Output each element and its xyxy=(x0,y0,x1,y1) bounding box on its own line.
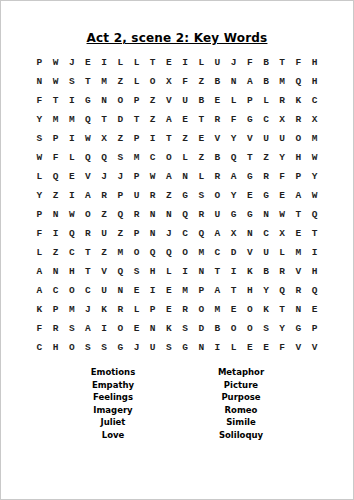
grid-cell: G xyxy=(242,205,258,224)
grid-cell: U xyxy=(258,243,274,262)
grid-cell: N xyxy=(193,338,209,357)
grid-cell: Y xyxy=(307,167,323,186)
grid-cell: N xyxy=(145,224,161,243)
worksheet-page: Act 2, scene 2: Key Words PWJEILLTEILUJF… xyxy=(0,0,354,500)
grid-cell: S xyxy=(64,72,80,91)
grid-cell: G xyxy=(177,186,193,205)
grid-cell: H xyxy=(307,53,323,72)
grid-cell: W xyxy=(48,72,64,91)
grid-cell: P xyxy=(242,91,258,110)
grid-cell: H xyxy=(307,262,323,281)
grid-cell: I xyxy=(226,262,242,281)
grid-cell: C xyxy=(48,281,64,300)
grid-cell: Z xyxy=(48,186,64,205)
word-list-item: Purpose xyxy=(177,391,305,404)
grid-cell: T xyxy=(128,110,144,129)
grid-cell: N xyxy=(226,72,242,91)
grid-cell: P xyxy=(31,205,47,224)
grid-cell: Q xyxy=(80,110,96,129)
grid-cell: K xyxy=(242,262,258,281)
grid-cell: K xyxy=(161,319,177,338)
grid-cell: T xyxy=(80,262,96,281)
grid-cell: V xyxy=(96,262,112,281)
grid-cell: Z xyxy=(145,110,161,129)
grid-cell: G xyxy=(242,110,258,129)
grid-cell: Z xyxy=(193,148,209,167)
grid-cell: Q xyxy=(177,205,193,224)
grid-cell: T xyxy=(96,110,112,129)
grid-cell: H xyxy=(290,148,306,167)
grid-cell: E xyxy=(161,300,177,319)
grid-cell: A xyxy=(161,167,177,186)
grid-cell: L xyxy=(274,243,290,262)
grid-cell: W xyxy=(307,148,323,167)
grid-cell: A xyxy=(209,281,225,300)
grid-cell: T xyxy=(290,205,306,224)
grid-cell: R xyxy=(258,167,274,186)
word-list-item: Empathy xyxy=(49,379,177,392)
grid-cell: O xyxy=(193,300,209,319)
grid-cell: B xyxy=(193,91,209,110)
grid-cell: T xyxy=(274,53,290,72)
grid-cell: Q xyxy=(290,72,306,91)
grid-cell: S xyxy=(193,186,209,205)
grid-cell: L xyxy=(226,338,242,357)
grid-cell: M xyxy=(96,72,112,91)
grid-cell: Z xyxy=(112,224,128,243)
grid-cell: Q xyxy=(307,205,323,224)
grid-cell: Q xyxy=(48,167,64,186)
grid-cell: A xyxy=(80,186,96,205)
grid-cell: P xyxy=(290,167,306,186)
grid-cell: X xyxy=(226,224,242,243)
grid-cell: M xyxy=(64,110,80,129)
grid-cell: O xyxy=(64,281,80,300)
grid-cell: T xyxy=(209,262,225,281)
grid-cell: H xyxy=(64,262,80,281)
grid-cell: G xyxy=(290,319,306,338)
grid-cell: U xyxy=(145,338,161,357)
grid-cell: R xyxy=(290,110,306,129)
grid-cell: W xyxy=(64,205,80,224)
grid-cell: T xyxy=(80,72,96,91)
grid-cell: R xyxy=(145,186,161,205)
grid-cell: R xyxy=(80,224,96,243)
word-list: EmotionsEmpathyFeelingsImageryJulietLove… xyxy=(1,366,353,442)
grid-cell: G xyxy=(242,167,258,186)
grid-cell: F xyxy=(31,224,47,243)
grid-cell: A xyxy=(290,186,306,205)
grid-cell: R xyxy=(209,110,225,129)
grid-cell: O xyxy=(161,148,177,167)
grid-cell: X xyxy=(274,110,290,129)
grid-cell: F xyxy=(274,167,290,186)
grid-cell: R xyxy=(112,300,128,319)
grid-cell: N xyxy=(145,205,161,224)
grid-cell: P xyxy=(128,129,144,148)
grid-cell: K xyxy=(290,91,306,110)
grid-cell: X xyxy=(274,224,290,243)
letter-grid: PWJEILLTEILUJFBTFHNWSTMZLOXFZBNABMQHFTIG… xyxy=(1,53,353,357)
grid-cell: O xyxy=(128,243,144,262)
grid-cell: M xyxy=(48,110,64,129)
grid-cell: C xyxy=(31,338,47,357)
grid-cell: M xyxy=(177,281,193,300)
grid-cell: F xyxy=(31,319,47,338)
grid-cell: S xyxy=(31,129,47,148)
grid-cell: L xyxy=(128,300,144,319)
word-list-item: Picture xyxy=(177,379,305,392)
grid-cell: N xyxy=(258,205,274,224)
grid-cell: O xyxy=(177,243,193,262)
grid-cell: X xyxy=(96,129,112,148)
grid-cell: D xyxy=(226,243,242,262)
grid-cell: L xyxy=(193,53,209,72)
grid-cell: M xyxy=(64,300,80,319)
grid-cell: P xyxy=(48,300,64,319)
grid-cell: U xyxy=(177,91,193,110)
grid-cell: O xyxy=(242,319,258,338)
grid-cell: Z xyxy=(112,72,128,91)
grid-cell: M xyxy=(209,300,225,319)
grid-cell: L xyxy=(128,53,144,72)
grid-cell: E xyxy=(258,338,274,357)
grid-cell: W xyxy=(307,186,323,205)
grid-cell: J xyxy=(128,338,144,357)
grid-cell: E xyxy=(128,281,144,300)
grid-cell: A xyxy=(80,319,96,338)
grid-cell: Y xyxy=(274,319,290,338)
grid-cell: T xyxy=(48,91,64,110)
grid-cell: I xyxy=(145,281,161,300)
grid-cell: E xyxy=(307,300,323,319)
grid-cell: L xyxy=(193,167,209,186)
grid-cell: F xyxy=(242,53,258,72)
grid-cell: J xyxy=(96,167,112,186)
grid-cell: R xyxy=(274,262,290,281)
grid-cell: Y xyxy=(226,186,242,205)
grid-cell: I xyxy=(307,243,323,262)
grid-cell: Q xyxy=(112,205,128,224)
grid-cell: S xyxy=(80,338,96,357)
grid-cell: N xyxy=(177,167,193,186)
grid-cell: I xyxy=(209,338,225,357)
grid-cell: P xyxy=(128,167,144,186)
grid-cell: B xyxy=(209,148,225,167)
grid-cell: L xyxy=(112,53,128,72)
grid-cell: A xyxy=(226,167,242,186)
grid-cell: I xyxy=(96,319,112,338)
grid-cell: U xyxy=(96,224,112,243)
grid-cell: X xyxy=(161,72,177,91)
grid-cell: W xyxy=(48,53,64,72)
grid-cell: N xyxy=(242,224,258,243)
grid-cell: V xyxy=(290,338,306,357)
grid-cell: Y xyxy=(31,110,47,129)
grid-cell: A xyxy=(242,72,258,91)
grid-cell: O xyxy=(226,319,242,338)
grid-cell: T xyxy=(307,224,323,243)
grid-cell: C xyxy=(80,281,96,300)
grid-cell: N xyxy=(161,205,177,224)
grid-cell: O xyxy=(242,300,258,319)
grid-cell: E xyxy=(209,91,225,110)
grid-cell: B xyxy=(209,319,225,338)
grid-cell: B xyxy=(258,262,274,281)
grid-cell: K xyxy=(31,300,47,319)
grid-cell: V xyxy=(307,338,323,357)
grid-cell: O xyxy=(64,338,80,357)
grid-cell: F xyxy=(226,110,242,129)
grid-cell: V xyxy=(290,262,306,281)
grid-cell: O xyxy=(80,205,96,224)
grid-cell: J xyxy=(226,53,242,72)
grid-cell: U xyxy=(258,129,274,148)
grid-cell: U xyxy=(128,186,144,205)
grid-cell: A xyxy=(209,224,225,243)
grid-cell: H xyxy=(307,72,323,91)
grid-cell: P xyxy=(193,281,209,300)
grid-cell: G xyxy=(226,205,242,224)
grid-cell: U xyxy=(209,205,225,224)
puzzle-title: Act 2, scene 2: Key Words xyxy=(1,31,353,45)
grid-cell: E xyxy=(242,338,258,357)
grid-cell: R xyxy=(48,319,64,338)
grid-cell: S xyxy=(128,262,144,281)
grid-cell: K xyxy=(96,300,112,319)
grid-cell: R xyxy=(290,281,306,300)
grid-cell: A xyxy=(161,110,177,129)
grid-cell: R xyxy=(177,300,193,319)
grid-cell: L xyxy=(31,243,47,262)
grid-cell: P xyxy=(145,300,161,319)
word-list-item: Simile xyxy=(177,416,305,429)
grid-cell: W xyxy=(274,205,290,224)
grid-cell: R xyxy=(193,205,209,224)
grid-cell: I xyxy=(177,262,193,281)
grid-cell: E xyxy=(161,281,177,300)
grid-cell: L xyxy=(128,72,144,91)
grid-cell: G xyxy=(258,186,274,205)
grid-cell: R xyxy=(274,91,290,110)
grid-cell: T xyxy=(193,110,209,129)
grid-cell: Q xyxy=(161,243,177,262)
grid-cell: V xyxy=(209,129,225,148)
grid-cell: L xyxy=(226,91,242,110)
grid-cell: P xyxy=(112,186,128,205)
grid-cell: R xyxy=(209,167,225,186)
grid-cell: S xyxy=(64,319,80,338)
grid-cell: E xyxy=(290,224,306,243)
word-list-item: Emotions xyxy=(49,366,177,379)
grid-cell: E xyxy=(274,186,290,205)
grid-cell: M xyxy=(128,148,144,167)
grid-cell: I xyxy=(48,224,64,243)
grid-cell: P xyxy=(128,91,144,110)
grid-cell: F xyxy=(31,91,47,110)
grid-cell: T xyxy=(145,53,161,72)
grid-cell: C xyxy=(209,243,225,262)
grid-cell: W xyxy=(80,129,96,148)
grid-cell: H xyxy=(145,262,161,281)
grid-cell: M xyxy=(112,243,128,262)
grid-cell: E xyxy=(193,129,209,148)
grid-cell: N xyxy=(31,72,47,91)
grid-cell: P xyxy=(307,319,323,338)
grid-cell: I xyxy=(145,129,161,148)
grid-cell: N xyxy=(48,262,64,281)
grid-cell: Z xyxy=(96,205,112,224)
grid-cell: Z xyxy=(258,148,274,167)
grid-cell: E xyxy=(128,319,144,338)
word-list-item: Metaphor xyxy=(177,366,305,379)
grid-cell: N xyxy=(112,281,128,300)
grid-cell: Y xyxy=(274,148,290,167)
grid-cell: I xyxy=(64,129,80,148)
grid-cell: V xyxy=(80,167,96,186)
word-list-column-1: EmotionsEmpathyFeelingsImageryJulietLove xyxy=(49,366,177,442)
grid-cell: G xyxy=(80,91,96,110)
grid-cell: C xyxy=(258,110,274,129)
grid-cell: O xyxy=(145,72,161,91)
grid-cell: L xyxy=(31,167,47,186)
grid-cell: O xyxy=(112,91,128,110)
grid-cell: Q xyxy=(64,224,80,243)
grid-cell: Q xyxy=(80,148,96,167)
word-list-item: Soliloquy xyxy=(177,429,305,442)
grid-cell: N xyxy=(48,205,64,224)
grid-cell: G xyxy=(177,338,193,357)
grid-cell: J xyxy=(64,53,80,72)
grid-cell: V xyxy=(242,129,258,148)
grid-cell: Z xyxy=(96,243,112,262)
grid-cell: S xyxy=(112,148,128,167)
word-list-item: Imagery xyxy=(49,404,177,417)
grid-cell: Z xyxy=(161,186,177,205)
grid-cell: I xyxy=(177,53,193,72)
grid-cell: Y xyxy=(226,129,242,148)
word-list-item: Juliet xyxy=(49,416,177,429)
grid-cell: E xyxy=(226,300,242,319)
grid-cell: N xyxy=(96,91,112,110)
grid-cell: F xyxy=(48,148,64,167)
grid-cell: F xyxy=(177,72,193,91)
grid-cell: J xyxy=(80,300,96,319)
grid-cell: Z xyxy=(177,129,193,148)
grid-cell: H xyxy=(242,281,258,300)
grid-cell: P xyxy=(48,129,64,148)
grid-cell: Z xyxy=(145,91,161,110)
grid-cell: O xyxy=(112,319,128,338)
grid-cell: C xyxy=(145,148,161,167)
grid-cell: Q xyxy=(274,281,290,300)
grid-cell: U xyxy=(274,129,290,148)
grid-cell: G xyxy=(112,338,128,357)
grid-cell: Q xyxy=(226,148,242,167)
grid-cell: E xyxy=(242,186,258,205)
grid-cell: B xyxy=(258,72,274,91)
grid-cell: S xyxy=(96,338,112,357)
grid-cell: B xyxy=(209,72,225,91)
grid-cell: L xyxy=(177,148,193,167)
grid-cell: M xyxy=(274,72,290,91)
grid-cell: X xyxy=(307,110,323,129)
grid-cell: B xyxy=(258,53,274,72)
grid-cell: Q xyxy=(145,243,161,262)
grid-cell: Z xyxy=(48,243,64,262)
grid-cell: Q xyxy=(193,224,209,243)
grid-cell: W xyxy=(145,167,161,186)
grid-cell: I xyxy=(64,186,80,205)
grid-cell: A xyxy=(31,262,47,281)
grid-cell: D xyxy=(193,319,209,338)
grid-cell: W xyxy=(31,148,47,167)
grid-cell: S xyxy=(258,319,274,338)
grid-cell: Y xyxy=(31,186,47,205)
grid-cell: K xyxy=(258,300,274,319)
grid-cell: V xyxy=(161,91,177,110)
word-list-item: Romeo xyxy=(177,404,305,417)
word-list-column-2: MetaphorPicturePurposeRomeoSimileSoliloq… xyxy=(177,366,305,442)
grid-cell: T xyxy=(226,281,242,300)
grid-cell: L xyxy=(161,262,177,281)
grid-cell: E xyxy=(161,53,177,72)
grid-cell: T xyxy=(242,148,258,167)
grid-cell: I xyxy=(64,91,80,110)
grid-cell: Y xyxy=(258,281,274,300)
grid-cell: F xyxy=(274,338,290,357)
grid-cell: P xyxy=(31,53,47,72)
grid-cell: N xyxy=(193,262,209,281)
grid-cell: P xyxy=(128,224,144,243)
grid-cell: U xyxy=(96,281,112,300)
grid-cell: C xyxy=(177,224,193,243)
grid-cell: Q xyxy=(307,281,323,300)
grid-cell: T xyxy=(161,129,177,148)
grid-cell: C xyxy=(64,243,80,262)
grid-cell: R xyxy=(96,186,112,205)
grid-cell: E xyxy=(64,167,80,186)
grid-cell: T xyxy=(274,300,290,319)
grid-cell: R xyxy=(128,205,144,224)
grid-cell: T xyxy=(80,243,96,262)
grid-cell: Q xyxy=(112,262,128,281)
word-list-item: Love xyxy=(49,429,177,442)
grid-cell: S xyxy=(177,319,193,338)
grid-cell: M xyxy=(193,243,209,262)
grid-cell: Z xyxy=(193,72,209,91)
grid-cell: V xyxy=(242,243,258,262)
grid-cell: J xyxy=(112,167,128,186)
grid-cell: Q xyxy=(96,148,112,167)
grid-cell: M xyxy=(290,243,306,262)
grid-cell: N xyxy=(145,319,161,338)
grid-cell: C xyxy=(307,91,323,110)
grid-cell: L xyxy=(64,148,80,167)
grid-cell: M xyxy=(307,129,323,148)
grid-cell: C xyxy=(258,224,274,243)
grid-cell: A xyxy=(31,281,47,300)
grid-cell: O xyxy=(209,186,225,205)
grid-cell: U xyxy=(209,53,225,72)
grid-cell: O xyxy=(290,129,306,148)
grid-cell: E xyxy=(177,110,193,129)
grid-cell: S xyxy=(161,338,177,357)
grid-cell: I xyxy=(96,53,112,72)
grid-cell: F xyxy=(290,53,306,72)
grid-cell: L xyxy=(258,91,274,110)
grid-cell: Z xyxy=(112,129,128,148)
